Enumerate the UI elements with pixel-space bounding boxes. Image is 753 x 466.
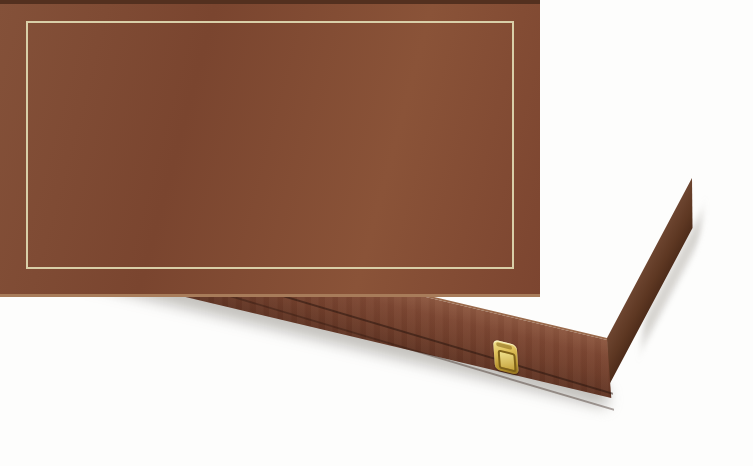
box-back-edge — [0, 0, 540, 4]
chess-box-photo — [0, 0, 753, 466]
clasp-hinge — [496, 342, 512, 350]
board-top-face — [0, 0, 540, 297]
box-right-face — [607, 178, 693, 388]
box-front-edge-highlight — [0, 294, 540, 297]
clasp-loop — [498, 349, 517, 372]
chess-board-grid — [30, 25, 510, 265]
